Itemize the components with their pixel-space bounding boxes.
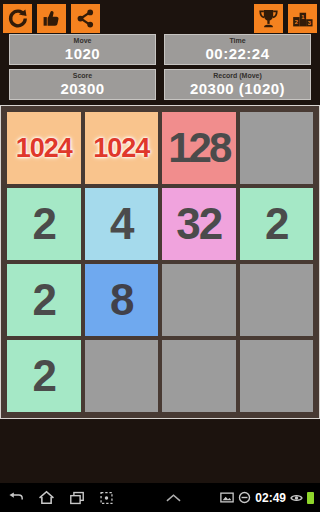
system-navbar: 02:49 [0,483,320,512]
toolbar: 2 1 3 [0,0,320,34]
move-panel: Move 1020 [9,34,156,65]
score-label: Score [10,71,155,80]
leaderboard-button[interactable]: 2 1 3 [288,4,317,33]
tile-1024: 1024 [7,112,81,184]
status-clock: 02:49 [255,491,286,505]
empty-area [0,419,320,483]
podium-second-label: 2 [295,18,298,24]
trophy-icon [257,7,280,30]
expand-tray-button[interactable] [166,494,181,502]
tile-2: 2 [7,264,81,336]
home-button[interactable] [38,490,55,505]
empty-cell [240,264,314,336]
record-panel: Record (Move) 20300 (1020) [164,69,311,100]
score-value: 20300 [10,80,155,97]
record-label: Record (Move) [165,71,310,80]
empty-cell [85,340,159,412]
screen-capture-button[interactable] [99,491,114,505]
back-button[interactable] [8,491,24,505]
tile-2: 2 [7,340,81,412]
empty-cell [162,340,236,412]
time-label: Time [165,36,310,45]
tile-128: 128 [162,112,236,184]
move-label: Move [10,36,155,45]
recent-apps-icon [69,491,85,505]
screenshot-status-icon [220,492,234,503]
empty-cell [240,112,314,184]
tile-2: 2 [240,188,314,260]
stats-panels: Move 1020 Time 00:22:24 Score 20300 Reco… [0,34,320,100]
tile-2: 2 [7,188,81,260]
time-value: 00:22:24 [165,45,310,62]
record-value: 20300 (1020) [165,80,310,97]
back-icon [8,491,24,505]
tile-4: 4 [85,188,159,260]
restart-icon [6,7,29,30]
status-area: 02:49 [220,491,314,505]
podium-third-label: 3 [308,20,311,26]
chevron-up-icon [166,494,181,502]
move-value: 1020 [10,45,155,62]
empty-cell [240,340,314,412]
like-button[interactable] [37,4,66,33]
thumbs-up-icon [40,7,63,30]
empty-cell [162,264,236,336]
home-icon [38,490,55,505]
battery-icon [307,492,314,504]
board[interactable]: 1024102412824322282 [0,105,320,419]
share-icon [74,7,97,30]
restart-button[interactable] [3,4,32,33]
tile-8: 8 [85,264,159,336]
score-panel: Score 20300 [9,69,156,100]
leaderboard-podium-icon: 2 1 3 [291,7,314,30]
screen-capture-icon [99,491,114,505]
smart-stay-icon [290,493,303,503]
time-panel: Time 00:22:24 [164,34,311,65]
tile-32: 32 [162,188,236,260]
trophy-button[interactable] [254,4,283,33]
recent-apps-button[interactable] [69,491,85,505]
blocking-mode-icon [238,491,251,504]
tile-1024: 1024 [85,112,159,184]
share-button[interactable] [71,4,100,33]
